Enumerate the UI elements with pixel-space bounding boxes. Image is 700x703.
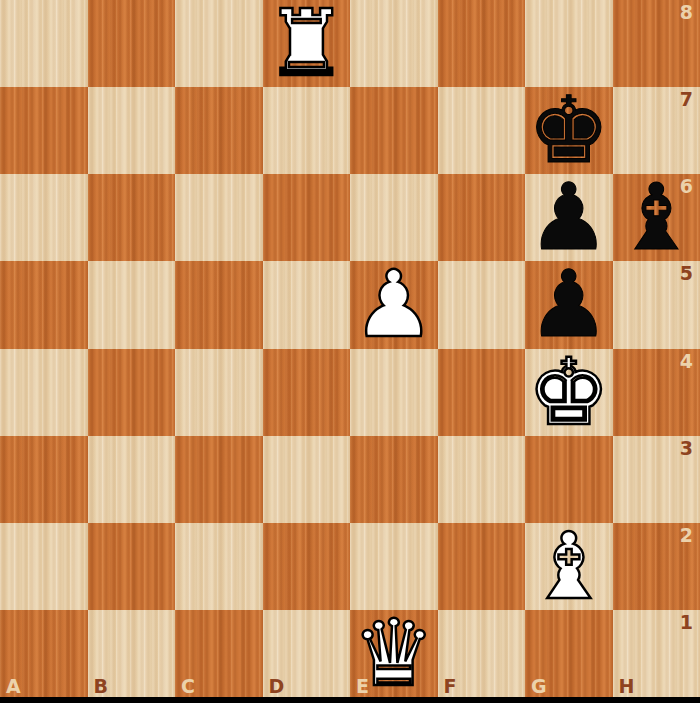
square-g6[interactable]: ♟ [525, 174, 613, 261]
board-bottom-edge [0, 697, 700, 703]
square-c4[interactable] [175, 349, 263, 436]
file-label-a: A [6, 675, 21, 697]
square-e2[interactable] [350, 523, 438, 610]
square-h5[interactable]: 5 [613, 261, 700, 348]
square-d7[interactable] [263, 87, 351, 174]
square-b8[interactable] [88, 0, 176, 87]
black-pawn[interactable]: ♟ [528, 174, 610, 261]
rank-label-8: 8 [680, 1, 693, 23]
rank-label-6: 6 [680, 175, 693, 197]
rank-label-4: 4 [680, 350, 693, 372]
square-c3[interactable] [175, 436, 263, 523]
square-b2[interactable] [88, 523, 176, 610]
square-a5[interactable] [0, 261, 88, 348]
chess-board-wrapper: ♜8♚7♟♝6♟♟5♚43♝2ABCD♛EFG1H [0, 0, 700, 703]
file-label-h: H [619, 675, 635, 697]
square-b1[interactable]: B [88, 610, 176, 697]
rank-label-5: 5 [680, 262, 693, 284]
square-e4[interactable] [350, 349, 438, 436]
rank-label-7: 7 [680, 88, 693, 110]
square-e1[interactable]: ♛E [350, 610, 438, 697]
file-label-f: F [444, 675, 457, 697]
square-f1[interactable]: F [438, 610, 526, 697]
square-h2[interactable]: 2 [613, 523, 700, 610]
square-b5[interactable] [88, 261, 176, 348]
square-d4[interactable] [263, 349, 351, 436]
square-b6[interactable] [88, 174, 176, 261]
file-label-c: C [181, 675, 195, 697]
file-label-d: D [269, 675, 285, 697]
square-a8[interactable] [0, 0, 88, 87]
square-g4[interactable]: ♚ [525, 349, 613, 436]
square-a3[interactable] [0, 436, 88, 523]
rank-label-1: 1 [680, 611, 693, 633]
square-d1[interactable]: D [263, 610, 351, 697]
square-c2[interactable] [175, 523, 263, 610]
white-king[interactable]: ♚ [528, 349, 610, 436]
square-c1[interactable]: C [175, 610, 263, 697]
square-g8[interactable] [525, 0, 613, 87]
square-d3[interactable] [263, 436, 351, 523]
rank-label-3: 3 [680, 437, 693, 459]
white-rook[interactable]: ♜ [265, 0, 347, 87]
square-d6[interactable] [263, 174, 351, 261]
square-f5[interactable] [438, 261, 526, 348]
square-h6[interactable]: ♝6 [613, 174, 700, 261]
square-e7[interactable] [350, 87, 438, 174]
square-h8[interactable]: 8 [613, 0, 700, 87]
square-h7[interactable]: 7 [613, 87, 700, 174]
square-e8[interactable] [350, 0, 438, 87]
square-h1[interactable]: 1H [613, 610, 700, 697]
square-a4[interactable] [0, 349, 88, 436]
square-c8[interactable] [175, 0, 263, 87]
file-label-g: G [531, 675, 547, 697]
square-f2[interactable] [438, 523, 526, 610]
square-h3[interactable]: 3 [613, 436, 700, 523]
file-label-b: B [94, 675, 108, 697]
rank-label-2: 2 [680, 524, 693, 546]
square-c7[interactable] [175, 87, 263, 174]
square-g1[interactable]: G [525, 610, 613, 697]
square-g5[interactable]: ♟ [525, 261, 613, 348]
square-b7[interactable] [88, 87, 176, 174]
square-d8[interactable]: ♜ [263, 0, 351, 87]
square-a2[interactable] [0, 523, 88, 610]
square-h4[interactable]: 4 [613, 349, 700, 436]
black-king[interactable]: ♚ [528, 87, 610, 174]
square-g3[interactable] [525, 436, 613, 523]
square-a6[interactable] [0, 174, 88, 261]
square-e3[interactable] [350, 436, 438, 523]
square-f8[interactable] [438, 0, 526, 87]
chess-board: ♜8♚7♟♝6♟♟5♚43♝2ABCD♛EFG1H [0, 0, 700, 697]
square-a1[interactable]: A [0, 610, 88, 697]
square-d2[interactable] [263, 523, 351, 610]
square-a7[interactable] [0, 87, 88, 174]
square-e5[interactable]: ♟ [350, 261, 438, 348]
square-g2[interactable]: ♝ [525, 523, 613, 610]
square-f6[interactable] [438, 174, 526, 261]
black-pawn[interactable]: ♟ [528, 261, 610, 348]
file-label-e: E [356, 675, 369, 697]
square-b4[interactable] [88, 349, 176, 436]
white-bishop[interactable]: ♝ [528, 523, 610, 610]
square-c6[interactable] [175, 174, 263, 261]
square-f3[interactable] [438, 436, 526, 523]
square-c5[interactable] [175, 261, 263, 348]
square-g7[interactable]: ♚ [525, 87, 613, 174]
white-pawn[interactable]: ♟ [353, 261, 435, 348]
square-d5[interactable] [263, 261, 351, 348]
square-f7[interactable] [438, 87, 526, 174]
square-b3[interactable] [88, 436, 176, 523]
square-f4[interactable] [438, 349, 526, 436]
square-e6[interactable] [350, 174, 438, 261]
